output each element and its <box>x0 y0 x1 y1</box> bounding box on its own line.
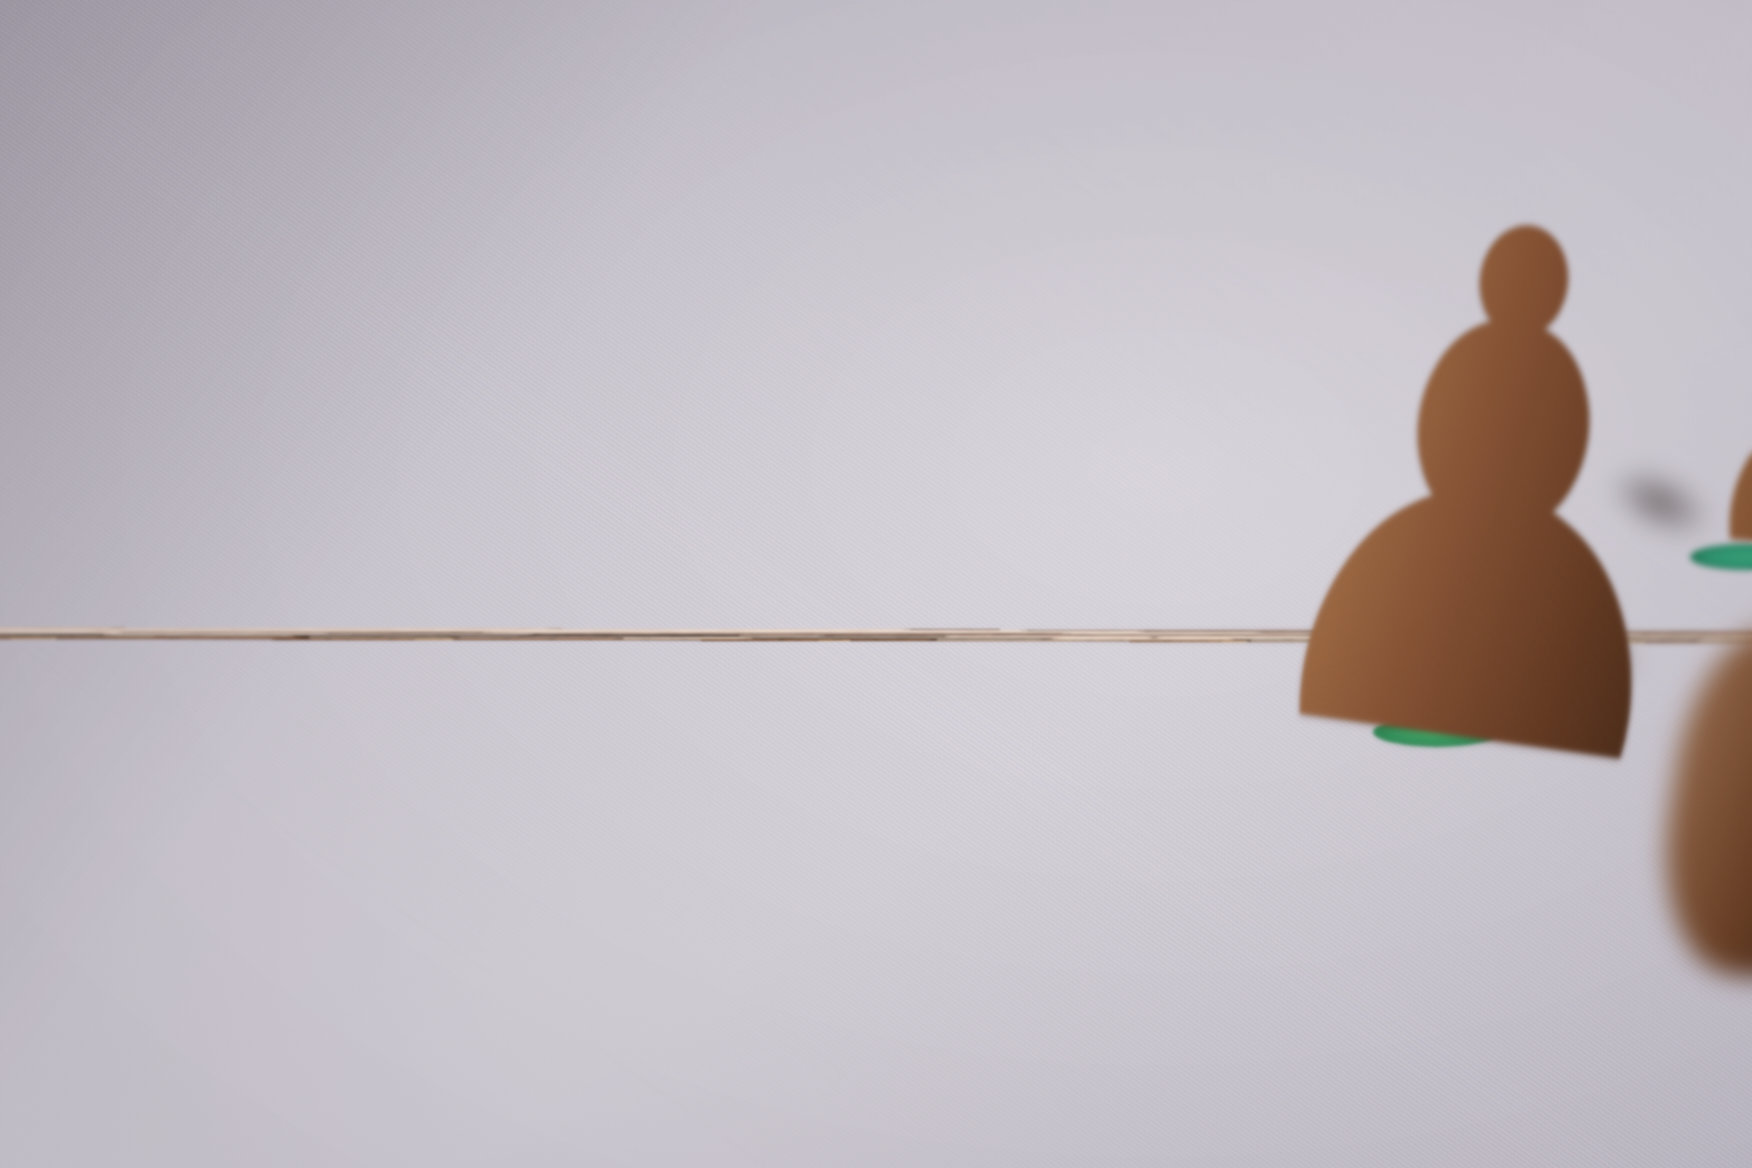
square-r5c15 <box>0 627 705 635</box>
dark-pawn: ♟ <box>1285 205 1645 770</box>
edge-piece-glyph: ♟ <box>1666 219 1752 585</box>
square-r5c14 <box>0 633 1149 637</box>
photo-scene: ♟ ♟ <box>0 0 1752 1168</box>
edge-piece: ♟ <box>1612 262 1752 602</box>
